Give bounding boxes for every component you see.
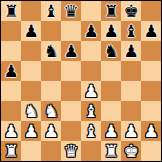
- square-a4[interactable]: [1, 81, 21, 101]
- square-b8[interactable]: [21, 1, 41, 21]
- square-a1[interactable]: ♜: [1, 141, 21, 161]
- piece-black-pawn[interactable]: ♟: [23, 21, 38, 41]
- square-a7[interactable]: [1, 21, 21, 41]
- piece-white-pawn[interactable]: ♟: [43, 121, 58, 141]
- square-g3[interactable]: [121, 101, 141, 121]
- square-g5[interactable]: [121, 61, 141, 81]
- square-f1[interactable]: ♜: [101, 141, 121, 161]
- square-g8[interactable]: ♚: [121, 1, 141, 21]
- square-h7[interactable]: ♟: [141, 21, 161, 41]
- piece-black-pawn[interactable]: ♟: [3, 61, 18, 81]
- square-f6[interactable]: ♞: [101, 41, 121, 61]
- piece-black-pawn[interactable]: ♟: [123, 41, 138, 61]
- square-f2[interactable]: ♟: [101, 121, 121, 141]
- square-f3[interactable]: [101, 101, 121, 121]
- piece-black-bishop[interactable]: ♝: [123, 21, 138, 41]
- square-b5[interactable]: [21, 61, 41, 81]
- square-g6[interactable]: ♟: [121, 41, 141, 61]
- square-c8[interactable]: ♝: [41, 1, 61, 21]
- square-d6[interactable]: ♟: [61, 41, 81, 61]
- square-h5[interactable]: [141, 61, 161, 81]
- square-g1[interactable]: ♚: [121, 141, 141, 161]
- piece-black-pawn[interactable]: ♟: [103, 21, 118, 41]
- square-h3[interactable]: [141, 101, 161, 121]
- square-g7[interactable]: ♝: [121, 21, 141, 41]
- square-f4[interactable]: [101, 81, 121, 101]
- square-f5[interactable]: [101, 61, 121, 81]
- square-a5[interactable]: ♟: [1, 61, 21, 81]
- piece-white-pawn[interactable]: ♟: [23, 121, 38, 141]
- square-d5[interactable]: [61, 61, 81, 81]
- chess-board: ♜♝♛♜♚♟♟♟♝♟♞♟♞♟♟♟♞♞♝♟♟♟♝♟♟♟♜♛♜♚: [0, 0, 162, 162]
- square-b1[interactable]: [21, 141, 41, 161]
- square-d7[interactable]: [61, 21, 81, 41]
- square-c4[interactable]: [41, 81, 61, 101]
- piece-white-king[interactable]: ♚: [123, 141, 138, 161]
- piece-white-knight[interactable]: ♞: [43, 101, 58, 121]
- square-c5[interactable]: [41, 61, 61, 81]
- piece-black-pawn[interactable]: ♟: [83, 21, 98, 41]
- square-g2[interactable]: ♟: [121, 121, 141, 141]
- square-d1[interactable]: ♛: [61, 141, 81, 161]
- square-a3[interactable]: [1, 101, 21, 121]
- square-a2[interactable]: ♟: [1, 121, 21, 141]
- square-f8[interactable]: ♜: [101, 1, 121, 21]
- piece-white-bishop[interactable]: ♝: [83, 101, 98, 121]
- square-c7[interactable]: [41, 21, 61, 41]
- square-e5[interactable]: [81, 61, 101, 81]
- piece-black-knight[interactable]: ♞: [103, 41, 118, 61]
- piece-white-pawn[interactable]: ♟: [103, 121, 118, 141]
- square-a6[interactable]: [1, 41, 21, 61]
- piece-white-pawn[interactable]: ♟: [123, 121, 138, 141]
- square-c6[interactable]: ♞: [41, 41, 61, 61]
- square-c2[interactable]: ♟: [41, 121, 61, 141]
- square-d4[interactable]: [61, 81, 81, 101]
- piece-black-rook[interactable]: ♜: [103, 1, 118, 21]
- piece-black-knight[interactable]: ♞: [43, 41, 58, 61]
- square-h8[interactable]: [141, 1, 161, 21]
- square-e7[interactable]: ♟: [81, 21, 101, 41]
- square-b7[interactable]: ♟: [21, 21, 41, 41]
- square-f7[interactable]: ♟: [101, 21, 121, 41]
- square-h4[interactable]: [141, 81, 161, 101]
- square-g4[interactable]: [121, 81, 141, 101]
- piece-black-pawn[interactable]: ♟: [63, 41, 78, 61]
- piece-white-rook[interactable]: ♜: [103, 141, 118, 161]
- square-e1[interactable]: [81, 141, 101, 161]
- square-h1[interactable]: [141, 141, 161, 161]
- piece-white-bishop[interactable]: ♝: [83, 121, 98, 141]
- square-h6[interactable]: [141, 41, 161, 61]
- square-e3[interactable]: ♝: [81, 101, 101, 121]
- square-b6[interactable]: [21, 41, 41, 61]
- piece-white-queen[interactable]: ♛: [63, 141, 78, 161]
- piece-white-pawn[interactable]: ♟: [83, 81, 98, 101]
- square-b4[interactable]: [21, 81, 41, 101]
- piece-white-pawn[interactable]: ♟: [3, 121, 18, 141]
- square-c1[interactable]: [41, 141, 61, 161]
- square-e4[interactable]: ♟: [81, 81, 101, 101]
- square-b2[interactable]: ♟: [21, 121, 41, 141]
- square-e8[interactable]: [81, 1, 101, 21]
- piece-black-bishop[interactable]: ♝: [43, 1, 58, 21]
- square-d3[interactable]: [61, 101, 81, 121]
- square-a8[interactable]: ♜: [1, 1, 21, 21]
- square-c3[interactable]: ♞: [41, 101, 61, 121]
- square-b3[interactable]: ♞: [21, 101, 41, 121]
- piece-white-knight[interactable]: ♞: [23, 101, 38, 121]
- piece-black-queen[interactable]: ♛: [63, 1, 78, 21]
- piece-white-rook[interactable]: ♜: [3, 141, 18, 161]
- square-d8[interactable]: ♛: [61, 1, 81, 21]
- piece-black-pawn[interactable]: ♟: [143, 21, 158, 41]
- square-e6[interactable]: [81, 41, 101, 61]
- piece-black-king[interactable]: ♚: [123, 1, 138, 21]
- piece-black-rook[interactable]: ♜: [3, 1, 18, 21]
- square-d2[interactable]: [61, 121, 81, 141]
- square-e2[interactable]: ♝: [81, 121, 101, 141]
- square-h2[interactable]: ♟: [141, 121, 161, 141]
- piece-white-pawn[interactable]: ♟: [143, 121, 158, 141]
